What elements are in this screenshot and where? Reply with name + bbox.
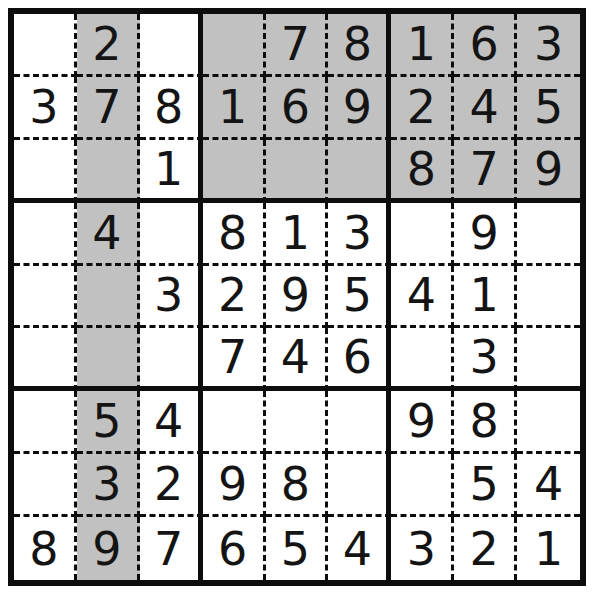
cell-r8c9-given[interactable]: 4 [517,454,580,517]
cell-r6c7-empty[interactable] [391,328,454,391]
cell-r5c7-given[interactable]: 4 [391,266,454,329]
cell-r9c3-given[interactable]: 7 [140,517,203,580]
cell-r2c9-given[interactable]: 5 [517,77,580,140]
cell-r9c4-given[interactable]: 6 [203,517,266,580]
cell-r1c7-given[interactable]: 1 [391,14,454,77]
cell-r6c4-given[interactable]: 7 [203,328,266,391]
cell-r5c9-empty[interactable] [517,266,580,329]
cell-r2c6-given[interactable]: 9 [328,77,391,140]
cell-r3c4-empty[interactable] [203,140,266,203]
cell-r6c8-given[interactable]: 3 [454,328,517,391]
cell-r8c3-given[interactable]: 2 [140,454,203,517]
cell-r8c5-given[interactable]: 8 [266,454,329,517]
cell-r1c4-empty[interactable] [203,14,266,77]
cell-r5c4-given[interactable]: 2 [203,266,266,329]
cell-r3c5-empty[interactable] [266,140,329,203]
cell-r9c7-given[interactable]: 3 [391,517,454,580]
cell-r1c5-given[interactable]: 7 [266,14,329,77]
cell-r8c7-empty[interactable] [391,454,454,517]
sudoku-board: 2781633781692451879481393295417463549832… [8,8,586,586]
cell-r4c5-given[interactable]: 1 [266,203,329,266]
cell-r1c8-given[interactable]: 6 [454,14,517,77]
cell-r2c4-given[interactable]: 1 [203,77,266,140]
cell-r4c3-empty[interactable] [140,203,203,266]
cell-r3c2-empty[interactable] [77,140,140,203]
cell-r6c1-empty[interactable] [14,328,77,391]
puzzle-canvas: 2781633781692451879481393295417463549832… [0,0,600,600]
cell-r5c6-given[interactable]: 5 [328,266,391,329]
cell-r6c5-given[interactable]: 4 [266,328,329,391]
cell-r4c6-given[interactable]: 3 [328,203,391,266]
cell-r8c8-given[interactable]: 5 [454,454,517,517]
cell-r6c6-given[interactable]: 6 [328,328,391,391]
cell-r4c1-empty[interactable] [14,203,77,266]
cell-r4c7-empty[interactable] [391,203,454,266]
cell-r7c6-empty[interactable] [328,391,391,454]
cell-r5c5-given[interactable]: 9 [266,266,329,329]
cell-r8c4-given[interactable]: 9 [203,454,266,517]
cell-r2c8-given[interactable]: 4 [454,77,517,140]
cell-r3c9-given[interactable]: 9 [517,140,580,203]
cell-r7c3-given[interactable]: 4 [140,391,203,454]
cell-r2c5-given[interactable]: 6 [266,77,329,140]
cell-r4c4-given[interactable]: 8 [203,203,266,266]
cell-r9c8-given[interactable]: 2 [454,517,517,580]
cell-r1c2-given[interactable]: 2 [77,14,140,77]
cell-r5c1-empty[interactable] [14,266,77,329]
cell-r7c9-empty[interactable] [517,391,580,454]
cell-r3c3-given[interactable]: 1 [140,140,203,203]
cell-r3c1-empty[interactable] [14,140,77,203]
cell-r9c1-given[interactable]: 8 [14,517,77,580]
cell-r4c8-given[interactable]: 9 [454,203,517,266]
cell-r1c3-empty[interactable] [140,14,203,77]
cell-r9c9-given[interactable]: 1 [517,517,580,580]
cell-r8c2-given[interactable]: 3 [77,454,140,517]
cell-r9c2-given[interactable]: 9 [77,517,140,580]
cell-r8c1-empty[interactable] [14,454,77,517]
cell-r5c8-given[interactable]: 1 [454,266,517,329]
cell-r2c1-given[interactable]: 3 [14,77,77,140]
cell-r7c7-given[interactable]: 9 [391,391,454,454]
cell-r7c4-empty[interactable] [203,391,266,454]
cell-r6c2-empty[interactable] [77,328,140,391]
cell-r4c9-empty[interactable] [517,203,580,266]
cell-r6c3-empty[interactable] [140,328,203,391]
cell-r4c2-given[interactable]: 4 [77,203,140,266]
cell-r1c1-empty[interactable] [14,14,77,77]
cell-r6c9-empty[interactable] [517,328,580,391]
cell-r5c3-given[interactable]: 3 [140,266,203,329]
cell-r1c9-given[interactable]: 3 [517,14,580,77]
cell-r9c5-given[interactable]: 5 [266,517,329,580]
cell-r5c2-empty[interactable] [77,266,140,329]
cell-r7c1-empty[interactable] [14,391,77,454]
cell-r2c2-given[interactable]: 7 [77,77,140,140]
cell-r1c6-given[interactable]: 8 [328,14,391,77]
cell-r3c6-empty[interactable] [328,140,391,203]
cell-r8c6-empty[interactable] [328,454,391,517]
cell-r7c2-given[interactable]: 5 [77,391,140,454]
cell-r3c7-given[interactable]: 8 [391,140,454,203]
cell-r2c7-given[interactable]: 2 [391,77,454,140]
cell-r9c6-given[interactable]: 4 [328,517,391,580]
cell-r2c3-given[interactable]: 8 [140,77,203,140]
cell-r7c5-empty[interactable] [266,391,329,454]
cell-r3c8-given[interactable]: 7 [454,140,517,203]
cell-r7c8-given[interactable]: 8 [454,391,517,454]
